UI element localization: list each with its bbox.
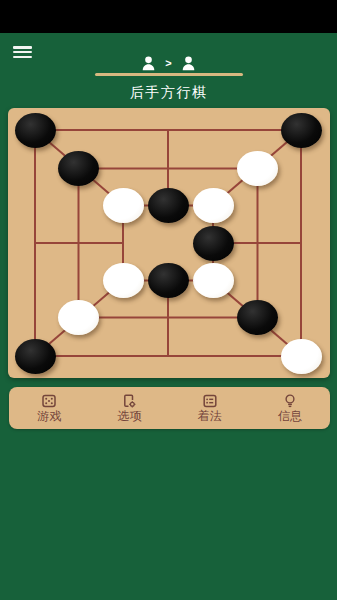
active-tab-underline [95,73,243,76]
player-one-icon [141,56,156,71]
stone-white[interactable] [193,188,234,223]
stone-black[interactable] [281,113,322,148]
stone-white[interactable] [281,339,322,374]
toolbar-label: 信息 [278,410,302,423]
moves-list-icon [202,393,218,409]
game-board[interactable] [8,108,330,378]
stones-layer [8,108,330,378]
toolbar-label: 着法 [198,410,222,423]
stone-black[interactable] [148,188,189,223]
toolbar-label: 游戏 [37,410,61,423]
game-board-icon [41,393,57,409]
stone-white[interactable] [58,300,99,335]
status-bar [0,0,337,33]
stone-black[interactable] [58,151,99,186]
toolbar-button-moves[interactable]: 着法 [170,387,250,429]
info-bulb-icon [282,393,298,409]
stone-white[interactable] [103,188,144,223]
toolbar-button-options[interactable]: 选项 [89,387,169,429]
stone-white[interactable] [237,151,278,186]
toolbar-button-info[interactable]: 信息 [250,387,330,429]
stone-black[interactable] [237,300,278,335]
page-title: 后手方行棋 [0,84,337,102]
stone-black[interactable] [15,339,56,374]
stone-white[interactable] [103,263,144,298]
player-two-icon [181,56,196,71]
app-root: { "game": "Twelve Men's Morris (mill gam… [0,0,337,600]
bottom-toolbar: 游戏 选项 着法 信息 [9,387,330,429]
stone-black[interactable] [148,263,189,298]
toolbar-button-game[interactable]: 游戏 [9,387,89,429]
turn-indicator: > [0,56,337,71]
stone-white[interactable] [193,263,234,298]
stone-black[interactable] [193,226,234,261]
options-page-gear-icon [121,393,137,409]
toolbar-label: 选项 [117,410,141,423]
stone-black[interactable] [15,113,56,148]
turn-arrow-icon: > [165,56,171,70]
